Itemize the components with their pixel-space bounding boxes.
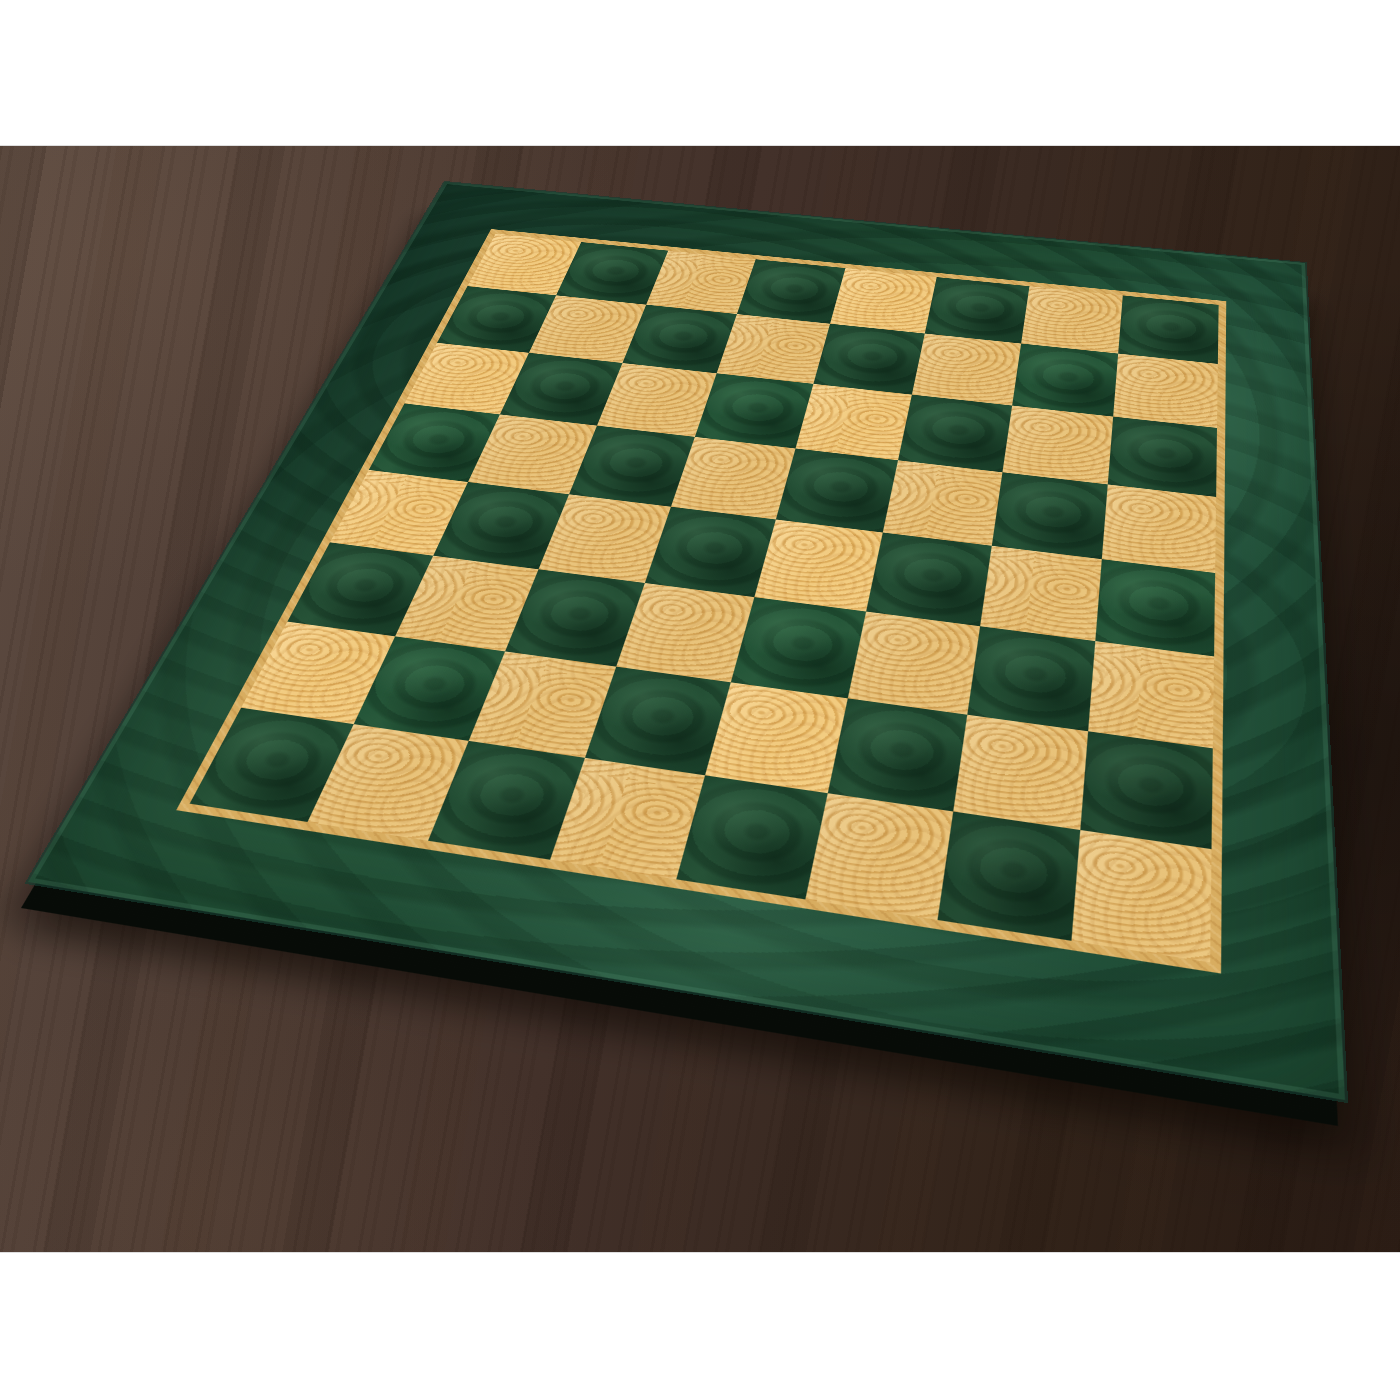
square-g2 (953, 714, 1089, 830)
page-background (0, 0, 1400, 1400)
square-f3 (848, 611, 980, 714)
square-d8 (737, 259, 845, 323)
square-h4 (1096, 559, 1216, 656)
square-e8 (830, 268, 936, 333)
square-e7 (813, 324, 924, 395)
square-d7 (717, 314, 830, 384)
square-f5 (883, 460, 1002, 545)
square-f1 (805, 793, 953, 919)
square-e4 (754, 519, 882, 611)
square-e1 (676, 776, 827, 900)
square-f7 (912, 333, 1021, 405)
square-e6 (795, 384, 911, 461)
square-h6 (1108, 416, 1217, 497)
square-g6 (1002, 405, 1114, 484)
square-f6 (898, 394, 1012, 472)
square-h7 (1113, 353, 1217, 427)
square-g3 (967, 626, 1096, 731)
square-h8 (1118, 295, 1218, 363)
square-g4 (980, 546, 1103, 641)
square-g1 (937, 812, 1081, 941)
square-d6 (695, 373, 813, 449)
square-g7 (1012, 343, 1119, 416)
square-h2 (1081, 731, 1213, 850)
square-f8 (925, 277, 1029, 343)
square-g5 (991, 472, 1108, 559)
square-e2 (705, 682, 848, 794)
square-f4 (866, 532, 991, 625)
square-h5 (1102, 485, 1216, 573)
square-f2 (827, 698, 966, 812)
square-d5 (671, 437, 795, 519)
square-e3 (731, 597, 866, 698)
square-g8 (1021, 286, 1123, 353)
square-e5 (776, 449, 898, 533)
square-h1 (1072, 830, 1212, 962)
square-h3 (1088, 641, 1214, 748)
